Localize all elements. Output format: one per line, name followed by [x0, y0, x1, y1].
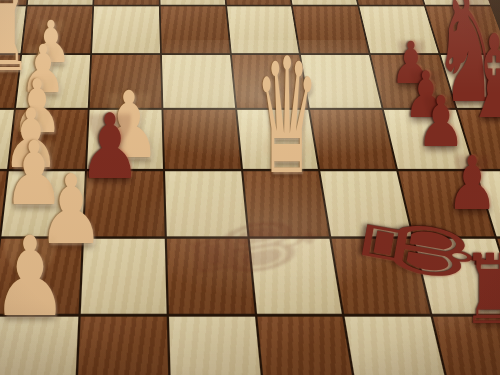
pieces-layer: ♜♜♟♟♟♟♟♟♟♟♟♟♟♟♟♟♟♟♛♛♟♟♚♚♟♟♟♟♟♟♟♟♞♞♝♝♜♜ [0, 0, 500, 375]
chessboard-photograph: 87654321 87654321 ♜♜♟♟♟♟♟♟♟♟♟♟♟♟♟♟♟♟♛♛♟♟… [0, 0, 500, 375]
